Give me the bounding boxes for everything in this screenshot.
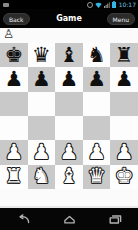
piece-white-bishop: ♝ xyxy=(60,166,79,187)
square-a4[interactable] xyxy=(0,92,28,116)
square-c2[interactable]: ♟ xyxy=(55,140,83,164)
square-c5[interactable]: ♟ xyxy=(55,67,83,91)
square-d4[interactable] xyxy=(83,92,111,116)
piece-white-knight: ♞ xyxy=(32,166,51,187)
back-button[interactable]: Back xyxy=(3,13,30,25)
square-e4[interactable] xyxy=(110,92,138,116)
piece-black-king: ♚ xyxy=(4,45,23,66)
square-d1[interactable]: ♛ xyxy=(83,165,111,189)
square-b3[interactable] xyxy=(28,116,56,140)
piece-black-pawn: ♟ xyxy=(32,69,51,90)
phone-screen: 10:17 Back Game Menu ♙ ♚♛♝♞♜♟♟♟♟♟♟♟♟♟♟♜♞… xyxy=(0,0,138,230)
piece-white-king: ♚ xyxy=(115,166,134,187)
battery-icon xyxy=(112,1,116,8)
menu-button[interactable]: Menu xyxy=(107,13,135,25)
square-e5[interactable]: ♟ xyxy=(110,67,138,91)
piece-black-bishop: ♝ xyxy=(60,45,79,66)
square-c3[interactable] xyxy=(55,116,83,140)
square-a6[interactable]: ♚ xyxy=(0,43,28,67)
piece-white-queen: ♛ xyxy=(87,166,106,187)
nav-home-button[interactable] xyxy=(54,210,84,228)
clock: 10:17 xyxy=(119,0,136,9)
square-d2[interactable]: ♟ xyxy=(83,140,111,164)
piece-black-pawn: ♟ xyxy=(60,69,79,90)
nav-recents-button[interactable] xyxy=(100,210,130,228)
chess-board: ♚♛♝♞♜♟♟♟♟♟♟♟♟♟♟♜♞♝♛♚ xyxy=(0,43,138,189)
piece-black-pawn: ♟ xyxy=(115,69,134,90)
square-b5[interactable]: ♟ xyxy=(28,67,56,91)
piece-white-pawn: ♟ xyxy=(115,142,134,163)
piece-black-pawn: ♟ xyxy=(4,69,23,90)
notification-icon xyxy=(3,3,9,7)
action-bar: Back Game Menu xyxy=(0,9,138,28)
piece-white-pawn: ♟ xyxy=(4,142,23,163)
piece-white-pawn: ♟ xyxy=(87,142,106,163)
piece-black-rook: ♜ xyxy=(115,45,134,66)
android-nav-bar xyxy=(0,208,138,230)
square-e2[interactable]: ♟ xyxy=(110,140,138,164)
game-area: ♙ ♚♛♝♞♜♟♟♟♟♟♟♟♟♟♟♜♞♝♛♚ xyxy=(0,28,138,206)
data-circle-icon xyxy=(87,2,93,8)
square-c1[interactable]: ♝ xyxy=(55,165,83,189)
square-c6[interactable]: ♝ xyxy=(55,43,83,67)
square-a2[interactable]: ♟ xyxy=(0,140,28,164)
piece-black-queen: ♛ xyxy=(32,45,51,66)
recents-icon xyxy=(109,215,122,224)
square-c4[interactable] xyxy=(55,92,83,116)
square-b2[interactable]: ♟ xyxy=(28,140,56,164)
square-a1[interactable]: ♜ xyxy=(0,165,28,189)
piece-white-pawn: ♟ xyxy=(32,142,51,163)
square-b1[interactable]: ♞ xyxy=(28,165,56,189)
square-b4[interactable] xyxy=(28,92,56,116)
square-b6[interactable]: ♛ xyxy=(28,43,56,67)
signal-icon xyxy=(104,2,110,8)
square-d3[interactable] xyxy=(83,116,111,140)
piece-white-pawn: ♟ xyxy=(60,142,79,163)
square-a5[interactable]: ♟ xyxy=(0,67,28,91)
status-bar: 10:17 xyxy=(0,0,138,9)
square-e1[interactable]: ♚ xyxy=(110,165,138,189)
piece-black-pawn: ♟ xyxy=(87,69,106,90)
back-arrow-icon xyxy=(17,214,30,224)
square-a3[interactable] xyxy=(0,116,28,140)
home-icon xyxy=(63,215,76,224)
square-d5[interactable]: ♟ xyxy=(83,67,111,91)
status-bar-right: 10:17 xyxy=(87,0,136,9)
nav-back-button[interactable] xyxy=(8,210,38,228)
piece-black-knight: ♞ xyxy=(87,45,106,66)
square-e3[interactable] xyxy=(110,116,138,140)
square-d6[interactable]: ♞ xyxy=(83,43,111,67)
white-pawn-turn-indicator-icon: ♙ xyxy=(3,27,14,42)
piece-white-rook: ♜ xyxy=(4,166,23,187)
square-e6[interactable]: ♜ xyxy=(110,43,138,67)
wifi-icon xyxy=(95,2,102,8)
